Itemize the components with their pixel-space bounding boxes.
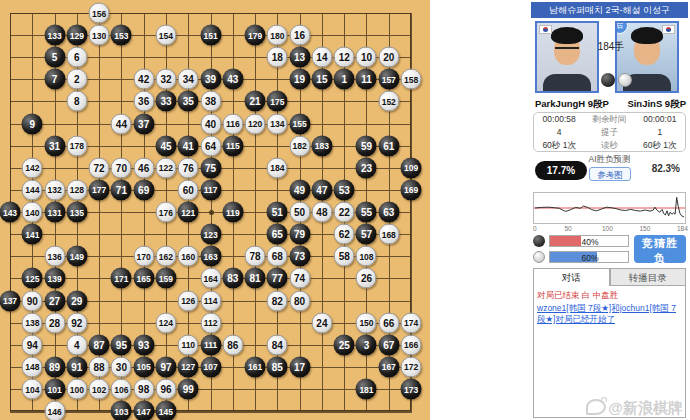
white-stone-104: 104 [22,379,43,400]
black-player-face [554,35,580,65]
x-tick-label: 0 [533,225,537,232]
black-stone-31: 31 [44,135,65,156]
white-stone-86: 86 [222,334,243,355]
white-stone-78: 78 [245,246,266,267]
white-stone-72: 72 [89,157,110,178]
white-player-name: SinJinS 9段P [627,98,686,111]
white-stone-30: 30 [111,356,132,377]
glasses-icon [555,47,579,55]
black-bet-bar: 40% [549,235,629,247]
betting-section: 40% 60% 竞猜胜负 [533,235,686,265]
white-stone-98: 98 [133,379,154,400]
black-stone-1: 1 [334,69,355,90]
black-stone-icon [533,235,545,247]
black-stone-15: 15 [311,69,332,90]
white-stone-146: 146 [44,401,65,420]
winrate-graph [533,192,686,224]
white-stone-134: 134 [267,113,288,134]
chat-panel[interactable]: 对局已结束 白 中盘胜 wzone1[韩国 7段★]和jochun1[韩国 7段… [533,286,686,418]
black-time: 00:00:58 [534,113,584,126]
white-time: 00:00:01 [635,113,685,126]
white-stone-2: 2 [66,69,87,90]
turn-badge: 后 [615,21,628,34]
black-stone-135: 135 [66,202,87,223]
time-label: 剩余时间 [584,113,634,126]
black-stone-161: 161 [245,356,266,377]
white-stone-108: 108 [356,246,377,267]
white-stone-164: 164 [200,268,221,289]
white-stone-28: 28 [44,312,65,333]
weibo-logo-icon [586,399,606,415]
black-stone-119: 119 [222,202,243,223]
white-stone-icon [618,73,632,87]
white-player-hair [631,27,663,44]
black-stone-131: 131 [44,202,65,223]
white-stone-32: 32 [155,69,176,90]
black-stone-63: 63 [378,202,399,223]
white-stone-160: 160 [178,246,199,267]
white-stone-48: 48 [311,202,332,223]
black-stone-159: 159 [155,268,176,289]
black-stone-175: 175 [267,91,288,112]
x-tick-label: 150 [640,225,651,232]
black-stone-13: 13 [289,47,310,68]
white-stone-70: 70 [111,157,132,178]
white-stone-126: 126 [178,290,199,311]
black-stone-123: 123 [200,224,221,245]
black-stone-45: 45 [155,135,176,156]
black-stone-93: 93 [133,334,154,355]
white-stone-80: 80 [289,290,310,311]
black-stone-35: 35 [178,91,199,112]
winrate-curve [534,193,685,223]
black-stone-149: 149 [66,246,87,267]
white-stone-90: 90 [22,290,43,311]
black-stone-183: 183 [311,135,332,156]
black-stone-83: 83 [222,268,243,289]
white-bet-row: 60% [533,251,633,264]
white-stone-120: 120 [245,113,266,134]
black-stone-165: 165 [133,268,154,289]
white-stone-74: 74 [289,268,310,289]
black-stone-icon [601,73,615,87]
white-stone-36: 36 [133,91,154,112]
black-stone-11: 11 [356,69,377,90]
white-stone-94: 94 [22,334,43,355]
black-stone-127: 127 [178,356,199,377]
white-stone-60: 60 [178,179,199,200]
tab-bar: 对话 转播目录 [533,268,686,286]
black-stone-181: 181 [356,379,377,400]
black-stone-173: 173 [401,379,422,400]
black-stone-7: 7 [44,69,65,90]
white-stone-150: 150 [356,312,377,333]
ai-white-winrate: 82.3% [652,163,680,174]
black-stone-125: 125 [22,268,43,289]
black-stone-99: 99 [178,379,199,400]
white-stone-168: 168 [378,224,399,245]
white-bet-pct: 60% [550,252,630,264]
white-stone-182: 182 [289,135,310,156]
black-player-name: ParkJungH 9段P [535,98,609,111]
black-stone-129: 129 [66,25,87,46]
black-stone-117: 117 [200,179,221,200]
white-stone-174: 174 [401,312,422,333]
black-stone-39: 39 [200,69,221,90]
match-title: 남해슈퍼매치 2국-해설 이성구 [531,2,688,18]
white-captures: 1 [635,126,685,139]
new-game-link[interactable]: wzone1[韩国 7段★]和jochun1[韩国 7段★]对局已经开始了 [537,303,682,325]
white-stone-128: 128 [66,179,87,200]
black-stone-107: 107 [200,356,221,377]
white-stone-138: 138 [22,312,43,333]
white-stone-184: 184 [267,157,288,178]
white-stone-116: 116 [222,113,243,134]
white-stone-166: 166 [401,334,422,355]
white-stone-50: 50 [289,202,310,223]
white-stone-112: 112 [200,312,221,333]
byoyomi-row: 60秒 1次 读秒 60秒 1次 [534,139,685,152]
white-stone-62: 62 [334,224,355,245]
black-stone-69: 69 [133,179,154,200]
black-stone-65: 65 [267,224,288,245]
black-stone-171: 171 [111,268,132,289]
black-stone-133: 133 [44,25,65,46]
black-stone-29: 29 [66,290,87,311]
white-stone-124: 124 [155,312,176,333]
page: 1561331291301531541511791801656181314121… [0,0,690,420]
x-tick-label: 50 [565,225,572,232]
black-stone-43: 43 [222,69,243,90]
white-stone-42: 42 [133,69,154,90]
graph-axis-ticks: 050100150184 [533,225,686,233]
white-stone-130: 130 [89,25,110,46]
white-stone-4: 4 [66,334,87,355]
korea-flag-icon [662,25,675,34]
white-stone-114: 114 [200,290,221,311]
white-stone-136: 136 [44,246,65,267]
ai-black-winrate: 17.7% [535,161,587,180]
korea-flag-icon [539,25,552,34]
black-stone-3: 3 [356,334,377,355]
black-stone-77: 77 [267,268,288,289]
black-stone-163: 163 [200,246,221,267]
white-stone-162: 162 [155,246,176,267]
white-bet-bar: 60% [549,251,629,263]
tab-broadcast-list[interactable]: 转播目录 [610,268,687,286]
black-stone-75: 75 [200,157,221,178]
tab-chat[interactable]: 对话 [533,268,610,286]
black-stone-177: 177 [89,179,110,200]
black-player-hair [551,27,583,44]
black-bet-row: 40% [533,235,633,248]
white-stone-38: 38 [200,91,221,112]
captures-row: 4 提子 1 [534,126,685,139]
black-stone-97: 97 [155,356,176,377]
white-stone-10: 10 [356,47,377,68]
black-stone-23: 23 [356,157,377,178]
white-stone-92: 92 [66,312,87,333]
white-byoyomi: 60秒 1次 [635,139,685,152]
black-stone-49: 49 [289,179,310,200]
black-stone-61: 61 [378,135,399,156]
x-tick-label: 100 [602,225,613,232]
black-stone-109: 109 [401,157,422,178]
black-stone-179: 179 [245,25,266,46]
white-stone-22: 22 [334,202,355,223]
move-counter: 184手 [587,40,635,54]
black-stone-115: 115 [222,135,243,156]
hoshi-point [209,210,214,215]
captures-label: 提子 [584,126,634,139]
white-stone-88: 88 [89,356,110,377]
black-stone-91: 91 [66,356,87,377]
black-stone-21: 21 [245,91,266,112]
clock-table: 00:00:58 剩余时间 00:00:01 4 提子 1 60秒 1次 读秒 … [533,112,686,152]
black-stone-19: 19 [289,69,310,90]
white-stone-132: 132 [44,179,65,200]
white-stone-20: 20 [378,47,399,68]
white-stone-44: 44 [111,113,132,134]
black-stone-139: 139 [44,268,65,289]
white-stone-100: 100 [66,379,87,400]
white-player-face [634,35,660,65]
white-stone-152: 152 [378,91,399,112]
white-stone-58: 58 [334,246,355,267]
bet-on-winner-button[interactable]: 竞猜胜负 [634,235,686,263]
black-stone-73: 73 [289,246,310,267]
reference-diagram-button[interactable]: 参考图 [589,167,631,181]
black-stone-37: 37 [133,113,154,134]
white-stone-106: 106 [111,379,132,400]
white-stone-26: 26 [356,268,377,289]
black-stone-121: 121 [178,202,199,223]
white-stone-18: 18 [267,47,288,68]
black-stone-9: 9 [22,113,43,134]
black-stone-111: 111 [200,334,221,355]
black-stone-145: 145 [155,401,176,420]
black-stone-57: 57 [356,224,377,245]
go-board[interactable]: 1561331291301531541511791801656181314121… [0,0,430,420]
white-stone-82: 82 [267,290,288,311]
black-stone-67: 67 [378,334,399,355]
black-stone-151: 151 [200,25,221,46]
right-panel: 남해슈퍼매치 2국-해설 이성구 后 184手 ParkJungH 9段P Si… [531,0,688,420]
watermark-text: @新浪棋牌 [608,402,683,413]
black-stone-95: 95 [111,334,132,355]
black-stone-79: 79 [289,224,310,245]
byoyomi-label: 读秒 [584,139,634,152]
black-stone-103: 103 [111,401,132,420]
black-stone-47: 47 [311,179,332,200]
game-result-message: 对局已结束 白 中盘胜 [537,290,682,301]
black-stone-5: 5 [44,47,65,68]
white-stone-14: 14 [311,47,332,68]
black-stone-157: 157 [378,69,399,90]
white-stone-96: 96 [155,379,176,400]
white-stone-12: 12 [334,47,355,68]
black-stone-41: 41 [178,135,199,156]
white-stone-176: 176 [155,202,176,223]
ai-prediction-section: AI胜负预测 17.7% 参考图 82.3% [533,154,686,190]
black-stone-155: 155 [289,113,310,134]
white-stone-8: 8 [66,91,87,112]
black-stone-71: 71 [111,179,132,200]
black-stone-51: 51 [267,202,288,223]
white-stone-178: 178 [66,135,87,156]
white-stone-6: 6 [66,47,87,68]
black-stone-105: 105 [133,356,154,377]
black-stone-53: 53 [334,179,355,200]
white-stone-180: 180 [267,25,288,46]
white-stone-140: 140 [22,202,43,223]
white-stone-68: 68 [267,246,288,267]
black-stone-81: 81 [245,268,266,289]
white-stone-154: 154 [155,25,176,46]
x-tick-label: 184 [677,225,688,232]
black-stone-27: 27 [44,290,65,311]
white-stone-142: 142 [22,157,43,178]
white-stone-156: 156 [89,3,110,24]
black-bet-pct: 40% [550,236,630,248]
sina-watermark: @新浪棋牌 [586,399,683,415]
white-stone-66: 66 [378,312,399,333]
white-stone-102: 102 [89,379,110,400]
white-stone-110: 110 [178,334,199,355]
black-stone-59: 59 [356,135,377,156]
black-stone-17: 17 [289,356,310,377]
white-stone-148: 148 [22,356,43,377]
black-stone-167: 167 [378,356,399,377]
white-stone-icon [533,251,545,263]
white-stone-40: 40 [200,113,221,134]
black-stone-169: 169 [401,179,422,200]
white-stone-64: 64 [200,135,221,156]
white-stone-16: 16 [289,25,310,46]
white-stone-46: 46 [133,157,154,178]
black-stone-101: 101 [44,379,65,400]
black-stone-85: 85 [267,356,288,377]
black-stone-25: 25 [334,334,355,355]
black-stone-143: 143 [0,202,21,223]
black-stone-33: 33 [155,91,176,112]
white-stone-122: 122 [155,157,176,178]
time-row: 00:00:58 剩余时间 00:00:01 [534,113,685,126]
black-byoyomi: 60秒 1次 [534,139,584,152]
black-captures: 4 [534,126,584,139]
black-stone-87: 87 [89,334,110,355]
white-stone-144: 144 [22,179,43,200]
white-stone-84: 84 [267,334,288,355]
black-stone-147: 147 [133,401,154,420]
white-stone-34: 34 [178,69,199,90]
black-stone-89: 89 [44,356,65,377]
black-stone-141: 141 [22,224,43,245]
black-player-torso [543,74,591,91]
white-stone-24: 24 [311,312,332,333]
white-stone-170: 170 [133,246,154,267]
white-stone-76: 76 [178,157,199,178]
white-stone-158: 158 [401,69,422,90]
black-stone-137: 137 [0,290,21,311]
black-stone-153: 153 [111,25,132,46]
white-stone-172: 172 [401,356,422,377]
black-player-photo [535,21,599,93]
black-stone-55: 55 [356,202,377,223]
